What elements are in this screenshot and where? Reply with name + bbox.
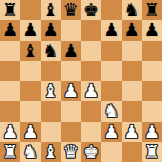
square-b2[interactable]: ♟ — [20, 122, 40, 142]
square-d1[interactable]: ♛ — [61, 142, 81, 162]
square-b8[interactable] — [20, 0, 40, 20]
white-pawn[interactable]: ♟ — [83, 82, 99, 100]
square-h8[interactable]: ♜ — [142, 0, 162, 20]
square-b4[interactable] — [20, 81, 40, 101]
square-f2[interactable]: ♟ — [101, 122, 121, 142]
square-a6[interactable] — [0, 41, 20, 61]
square-g6[interactable] — [122, 41, 142, 61]
square-e3[interactable] — [81, 101, 101, 121]
square-d8[interactable]: ♛ — [61, 0, 81, 20]
square-g1[interactable] — [122, 142, 142, 162]
black-pawn[interactable]: ♟ — [124, 21, 140, 39]
chess-board: ♜♝♛♚♞♜♟♟♟♟♟♟♝♞♟♝♟♟♞♟♟♟♟♟♜♞♝♛♚♜ — [0, 0, 162, 162]
white-bishop[interactable]: ♝ — [43, 142, 59, 160]
square-g5[interactable] — [122, 61, 142, 81]
square-a7[interactable]: ♟ — [0, 20, 20, 40]
square-d3[interactable] — [61, 101, 81, 121]
square-a2[interactable]: ♟ — [0, 122, 20, 142]
square-d4[interactable]: ♟ — [61, 81, 81, 101]
black-pawn[interactable]: ♟ — [103, 21, 119, 39]
square-g3[interactable] — [122, 101, 142, 121]
square-a8[interactable]: ♜ — [0, 0, 20, 20]
square-b3[interactable] — [20, 101, 40, 121]
square-f5[interactable] — [101, 61, 121, 81]
square-b1[interactable]: ♞ — [20, 142, 40, 162]
black-bishop[interactable]: ♝ — [22, 41, 38, 59]
white-pawn[interactable]: ♟ — [2, 122, 18, 140]
black-rook[interactable]: ♜ — [2, 1, 18, 19]
black-king[interactable]: ♚ — [83, 1, 99, 19]
white-pawn[interactable]: ♟ — [124, 122, 140, 140]
square-h4[interactable] — [142, 81, 162, 101]
black-pawn[interactable]: ♟ — [63, 41, 79, 59]
black-queen[interactable]: ♛ — [63, 1, 79, 19]
square-h2[interactable]: ♟ — [142, 122, 162, 142]
square-e8[interactable]: ♚ — [81, 0, 101, 20]
square-e4[interactable]: ♟ — [81, 81, 101, 101]
white-rook[interactable]: ♜ — [144, 142, 160, 160]
white-pawn[interactable]: ♟ — [63, 82, 79, 100]
square-c4[interactable]: ♝ — [41, 81, 61, 101]
square-e5[interactable] — [81, 61, 101, 81]
square-g4[interactable] — [122, 81, 142, 101]
white-knight[interactable]: ♞ — [103, 102, 119, 120]
white-king[interactable]: ♚ — [83, 142, 99, 160]
black-pawn[interactable]: ♟ — [2, 21, 18, 39]
square-h7[interactable]: ♟ — [142, 20, 162, 40]
square-f7[interactable]: ♟ — [101, 20, 121, 40]
square-c6[interactable]: ♞ — [41, 41, 61, 61]
square-h1[interactable]: ♜ — [142, 142, 162, 162]
square-b5[interactable] — [20, 61, 40, 81]
white-pawn[interactable]: ♟ — [103, 122, 119, 140]
white-bishop[interactable]: ♝ — [43, 82, 59, 100]
square-g8[interactable]: ♞ — [122, 0, 142, 20]
black-knight[interactable]: ♞ — [43, 41, 59, 59]
square-a1[interactable]: ♜ — [0, 142, 20, 162]
square-c3[interactable] — [41, 101, 61, 121]
black-pawn[interactable]: ♟ — [144, 21, 160, 39]
black-pawn[interactable]: ♟ — [22, 21, 38, 39]
square-e6[interactable] — [81, 41, 101, 61]
square-e2[interactable] — [81, 122, 101, 142]
square-f8[interactable] — [101, 0, 121, 20]
square-f6[interactable] — [101, 41, 121, 61]
square-h6[interactable] — [142, 41, 162, 61]
square-h5[interactable] — [142, 61, 162, 81]
square-c1[interactable]: ♝ — [41, 142, 61, 162]
square-b7[interactable]: ♟ — [20, 20, 40, 40]
square-d5[interactable] — [61, 61, 81, 81]
black-rook[interactable]: ♜ — [144, 1, 160, 19]
black-bishop[interactable]: ♝ — [43, 1, 59, 19]
square-b6[interactable]: ♝ — [20, 41, 40, 61]
white-knight[interactable]: ♞ — [22, 142, 38, 160]
black-pawn[interactable]: ♟ — [43, 21, 59, 39]
square-d6[interactable]: ♟ — [61, 41, 81, 61]
square-c2[interactable] — [41, 122, 61, 142]
square-e1[interactable]: ♚ — [81, 142, 101, 162]
square-f1[interactable] — [101, 142, 121, 162]
white-pawn[interactable]: ♟ — [22, 122, 38, 140]
square-e7[interactable] — [81, 20, 101, 40]
square-d2[interactable] — [61, 122, 81, 142]
square-a5[interactable] — [0, 61, 20, 81]
white-queen[interactable]: ♛ — [63, 142, 79, 160]
square-c7[interactable]: ♟ — [41, 20, 61, 40]
square-h3[interactable] — [142, 101, 162, 121]
square-c8[interactable]: ♝ — [41, 0, 61, 20]
square-a3[interactable] — [0, 101, 20, 121]
white-pawn[interactable]: ♟ — [144, 122, 160, 140]
square-c5[interactable] — [41, 61, 61, 81]
square-f4[interactable] — [101, 81, 121, 101]
square-f3[interactable]: ♞ — [101, 101, 121, 121]
square-d7[interactable] — [61, 20, 81, 40]
white-rook[interactable]: ♜ — [2, 142, 18, 160]
square-a4[interactable] — [0, 81, 20, 101]
square-g2[interactable]: ♟ — [122, 122, 142, 142]
square-g7[interactable]: ♟ — [122, 20, 142, 40]
black-knight[interactable]: ♞ — [124, 1, 140, 19]
